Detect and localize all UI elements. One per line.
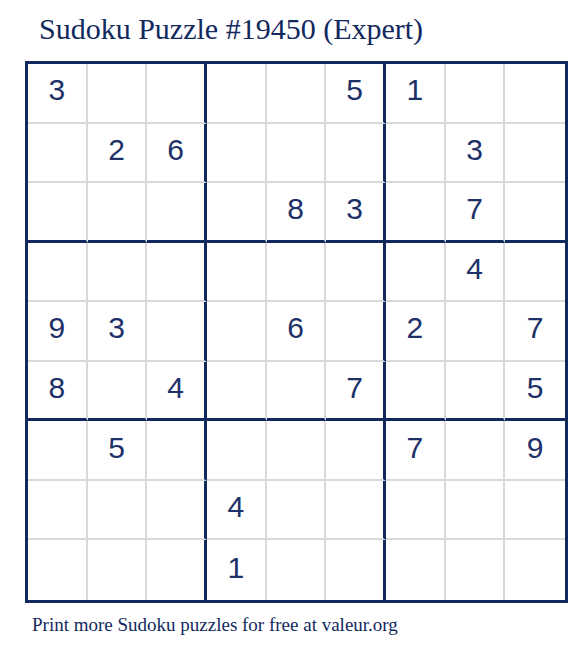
cell-r8c2	[88, 481, 148, 541]
cell-r4c5	[267, 243, 327, 303]
cell-r1c5	[267, 64, 327, 124]
cell-r4c9	[505, 243, 565, 303]
cell-r5c3	[147, 302, 207, 362]
cell-r7c6	[326, 421, 386, 481]
footer-text: Print more Sudoku puzzles for free at va…	[32, 614, 398, 636]
cell-r4c3	[147, 243, 207, 303]
cell-r3c7	[386, 183, 446, 243]
cell-r5c2: 3	[88, 302, 148, 362]
cell-r2c9	[505, 124, 565, 184]
cell-r2c2: 2	[88, 124, 148, 184]
cell-r9c8	[446, 540, 506, 600]
cell-r9c3	[147, 540, 207, 600]
cell-r3c6: 3	[326, 183, 386, 243]
cell-r1c9	[505, 64, 565, 124]
cell-r6c4	[207, 362, 267, 422]
cell-r1c2	[88, 64, 148, 124]
cell-r7c8	[446, 421, 506, 481]
cell-r6c2	[88, 362, 148, 422]
cell-r9c9	[505, 540, 565, 600]
cell-r5c9: 7	[505, 302, 565, 362]
cell-r6c7	[386, 362, 446, 422]
cell-r3c8: 7	[446, 183, 506, 243]
cell-r5c4	[207, 302, 267, 362]
cell-r9c7	[386, 540, 446, 600]
cell-r4c1	[28, 243, 88, 303]
cell-r5c5: 6	[267, 302, 327, 362]
cell-r6c3: 4	[147, 362, 207, 422]
cell-r2c5	[267, 124, 327, 184]
cell-r4c7	[386, 243, 446, 303]
cell-r4c6	[326, 243, 386, 303]
cell-r3c3	[147, 183, 207, 243]
cell-r8c3	[147, 481, 207, 541]
page-title: Sudoku Puzzle #19450 (Expert)	[39, 12, 423, 46]
cell-r7c9: 9	[505, 421, 565, 481]
cell-r7c4	[207, 421, 267, 481]
cell-r5c7: 2	[386, 302, 446, 362]
cell-r9c6	[326, 540, 386, 600]
cell-r6c6: 7	[326, 362, 386, 422]
cell-r5c8	[446, 302, 506, 362]
cell-r8c7	[386, 481, 446, 541]
cell-r8c1	[28, 481, 88, 541]
cell-r1c3	[147, 64, 207, 124]
cell-r9c1	[28, 540, 88, 600]
cell-r3c5: 8	[267, 183, 327, 243]
cell-r1c1: 3	[28, 64, 88, 124]
cell-r5c6	[326, 302, 386, 362]
cell-r6c8	[446, 362, 506, 422]
cell-r7c5	[267, 421, 327, 481]
cell-r4c4	[207, 243, 267, 303]
cell-r9c2	[88, 540, 148, 600]
cell-r1c7: 1	[386, 64, 446, 124]
cell-r9c4: 1	[207, 540, 267, 600]
cell-r8c8	[446, 481, 506, 541]
cell-r6c1: 8	[28, 362, 88, 422]
cell-r7c3	[147, 421, 207, 481]
cell-r5c1: 9	[28, 302, 88, 362]
cell-r8c4: 4	[207, 481, 267, 541]
cell-r4c2	[88, 243, 148, 303]
cell-r2c1	[28, 124, 88, 184]
cell-r7c7: 7	[386, 421, 446, 481]
cell-r8c5	[267, 481, 327, 541]
cell-r2c4	[207, 124, 267, 184]
cell-r8c6	[326, 481, 386, 541]
cell-r3c2	[88, 183, 148, 243]
cell-r7c2: 5	[88, 421, 148, 481]
cell-r3c1	[28, 183, 88, 243]
cell-r3c9	[505, 183, 565, 243]
cell-r6c5	[267, 362, 327, 422]
cell-r2c3: 6	[147, 124, 207, 184]
cell-r7c1	[28, 421, 88, 481]
cell-r1c8	[446, 64, 506, 124]
cell-r2c7	[386, 124, 446, 184]
cell-r1c6: 5	[326, 64, 386, 124]
sudoku-page: Sudoku Puzzle #19450 (Expert) 3512638374…	[0, 0, 580, 651]
cell-r4c8: 4	[446, 243, 506, 303]
cell-r9c5	[267, 540, 327, 600]
cell-r2c8: 3	[446, 124, 506, 184]
cell-r3c4	[207, 183, 267, 243]
sudoku-grid: 351263837493627847557941	[25, 61, 568, 603]
cell-r1c4	[207, 64, 267, 124]
cell-r2c6	[326, 124, 386, 184]
cell-r8c9	[505, 481, 565, 541]
cell-r6c9: 5	[505, 362, 565, 422]
